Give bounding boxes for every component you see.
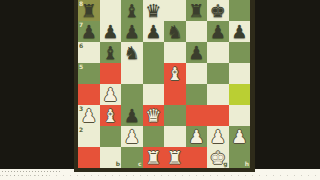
square-g6[interactable] xyxy=(207,42,229,63)
black-pawn[interactable]: ♟ xyxy=(100,21,122,42)
square-f6[interactable]: ♟ xyxy=(186,42,208,63)
square-e7[interactable]: ♞ xyxy=(164,21,186,42)
square-g4[interactable] xyxy=(207,84,229,105)
square-c5[interactable] xyxy=(121,63,143,84)
square-c7[interactable]: ♟ xyxy=(121,21,143,42)
square-d3[interactable]: ♛ xyxy=(143,105,165,126)
black-pawn[interactable]: ♟ xyxy=(229,21,251,42)
square-g7[interactable]: ♟ xyxy=(207,21,229,42)
white-pawn[interactable]: ♟ xyxy=(100,84,122,105)
white-rook[interactable]: ♜ xyxy=(143,147,165,168)
square-d7[interactable]: ♟ xyxy=(143,21,165,42)
white-pawn[interactable]: ♟ xyxy=(229,126,251,147)
black-rook[interactable]: ♜ xyxy=(186,0,208,21)
square-h5[interactable] xyxy=(229,63,251,84)
square-b8[interactable] xyxy=(100,0,122,21)
black-pawn[interactable]: ♟ xyxy=(121,21,143,42)
square-h3[interactable] xyxy=(229,105,251,126)
black-knight[interactable]: ♞ xyxy=(164,21,186,42)
square-f1[interactable] xyxy=(186,147,208,168)
file-label-g: g xyxy=(223,161,227,167)
page-background: ♜8♝♛♜♚♟7♟♟♟♞♟♟6♝♞♟5♝♟♟3♝♟♛2♟♟♟♟bc♜♜♚gh xyxy=(0,0,320,180)
file-label-h: h xyxy=(245,161,249,167)
chess-board: ♜8♝♛♜♚♟7♟♟♟♞♟♟6♝♞♟5♝♟♟3♝♟♛2♟♟♟♟bc♜♜♚gh xyxy=(74,0,255,172)
square-b3[interactable]: ♝ xyxy=(100,105,122,126)
square-h2[interactable]: ♟ xyxy=(229,126,251,147)
square-e2[interactable] xyxy=(164,126,186,147)
black-bishop[interactable]: ♝ xyxy=(121,0,143,21)
square-e3[interactable] xyxy=(164,105,186,126)
square-h4[interactable] xyxy=(229,84,251,105)
square-d8[interactable]: ♛ xyxy=(143,0,165,21)
square-e4[interactable] xyxy=(164,84,186,105)
white-bishop[interactable]: ♝ xyxy=(164,63,186,84)
square-c8[interactable]: ♝ xyxy=(121,0,143,21)
square-a8[interactable]: ♜8 xyxy=(78,0,100,21)
square-e1[interactable]: ♜ xyxy=(164,147,186,168)
black-pawn[interactable]: ♟ xyxy=(121,105,143,126)
square-g5[interactable] xyxy=(207,63,229,84)
square-b5[interactable] xyxy=(100,63,122,84)
square-c1[interactable]: c xyxy=(121,147,143,168)
square-c2[interactable]: ♟ xyxy=(121,126,143,147)
square-f3[interactable] xyxy=(186,105,208,126)
square-d6[interactable] xyxy=(143,42,165,63)
white-pawn[interactable]: ♟ xyxy=(207,126,229,147)
square-h8[interactable] xyxy=(229,0,251,21)
white-rook[interactable]: ♜ xyxy=(164,147,186,168)
square-h7[interactable]: ♟ xyxy=(229,21,251,42)
square-f2[interactable]: ♟ xyxy=(186,126,208,147)
square-b1[interactable]: b xyxy=(100,147,122,168)
square-b4[interactable]: ♟ xyxy=(100,84,122,105)
strip-ticks xyxy=(0,175,320,176)
square-g3[interactable] xyxy=(207,105,229,126)
square-d2[interactable] xyxy=(143,126,165,147)
square-b7[interactable]: ♟ xyxy=(100,21,122,42)
white-bishop[interactable]: ♝ xyxy=(100,105,122,126)
square-a4[interactable] xyxy=(78,84,100,105)
square-g1[interactable]: ♚g xyxy=(207,147,229,168)
square-d5[interactable] xyxy=(143,63,165,84)
black-bishop[interactable]: ♝ xyxy=(100,42,122,63)
square-d1[interactable]: ♜ xyxy=(143,147,165,168)
black-king[interactable]: ♚ xyxy=(207,0,229,21)
file-label-b: b xyxy=(116,161,120,167)
square-e8[interactable] xyxy=(164,0,186,21)
square-f7[interactable] xyxy=(186,21,208,42)
black-pawn[interactable]: ♟ xyxy=(143,21,165,42)
rank-label-2: 2 xyxy=(79,127,83,133)
file-label-c: c xyxy=(138,161,142,167)
square-a6[interactable]: 6 xyxy=(78,42,100,63)
black-queen[interactable]: ♛ xyxy=(143,0,165,21)
square-a1[interactable] xyxy=(78,147,100,168)
white-pawn[interactable]: ♟ xyxy=(186,126,208,147)
square-f5[interactable] xyxy=(186,63,208,84)
board-squares: ♜8♝♛♜♚♟7♟♟♟♞♟♟6♝♞♟5♝♟♟3♝♟♛2♟♟♟♟bc♜♜♚gh xyxy=(78,0,250,168)
square-e5[interactable]: ♝ xyxy=(164,63,186,84)
square-a2[interactable]: 2 xyxy=(78,126,100,147)
rank-label-6: 6 xyxy=(79,43,83,49)
rank-label-3: 3 xyxy=(79,106,83,112)
square-c3[interactable]: ♟ xyxy=(121,105,143,126)
square-b6[interactable]: ♝ xyxy=(100,42,122,63)
square-f4[interactable] xyxy=(186,84,208,105)
rank-label-8: 8 xyxy=(79,1,83,7)
square-f8[interactable]: ♜ xyxy=(186,0,208,21)
square-c4[interactable] xyxy=(121,84,143,105)
square-g8[interactable]: ♚ xyxy=(207,0,229,21)
rank-label-7: 7 xyxy=(79,22,83,28)
square-c6[interactable]: ♞ xyxy=(121,42,143,63)
rank-label-5: 5 xyxy=(79,64,83,70)
white-pawn[interactable]: ♟ xyxy=(121,126,143,147)
black-pawn[interactable]: ♟ xyxy=(207,21,229,42)
square-g2[interactable]: ♟ xyxy=(207,126,229,147)
square-e6[interactable] xyxy=(164,42,186,63)
black-knight[interactable]: ♞ xyxy=(121,42,143,63)
square-h6[interactable] xyxy=(229,42,251,63)
square-a7[interactable]: ♟7 xyxy=(78,21,100,42)
square-a5[interactable]: 5 xyxy=(78,63,100,84)
square-d4[interactable] xyxy=(143,84,165,105)
square-h1[interactable]: h xyxy=(229,147,251,168)
square-a3[interactable]: ♟3 xyxy=(78,105,100,126)
square-b2[interactable] xyxy=(100,126,122,147)
black-pawn[interactable]: ♟ xyxy=(186,42,208,63)
white-queen[interactable]: ♛ xyxy=(143,105,165,126)
